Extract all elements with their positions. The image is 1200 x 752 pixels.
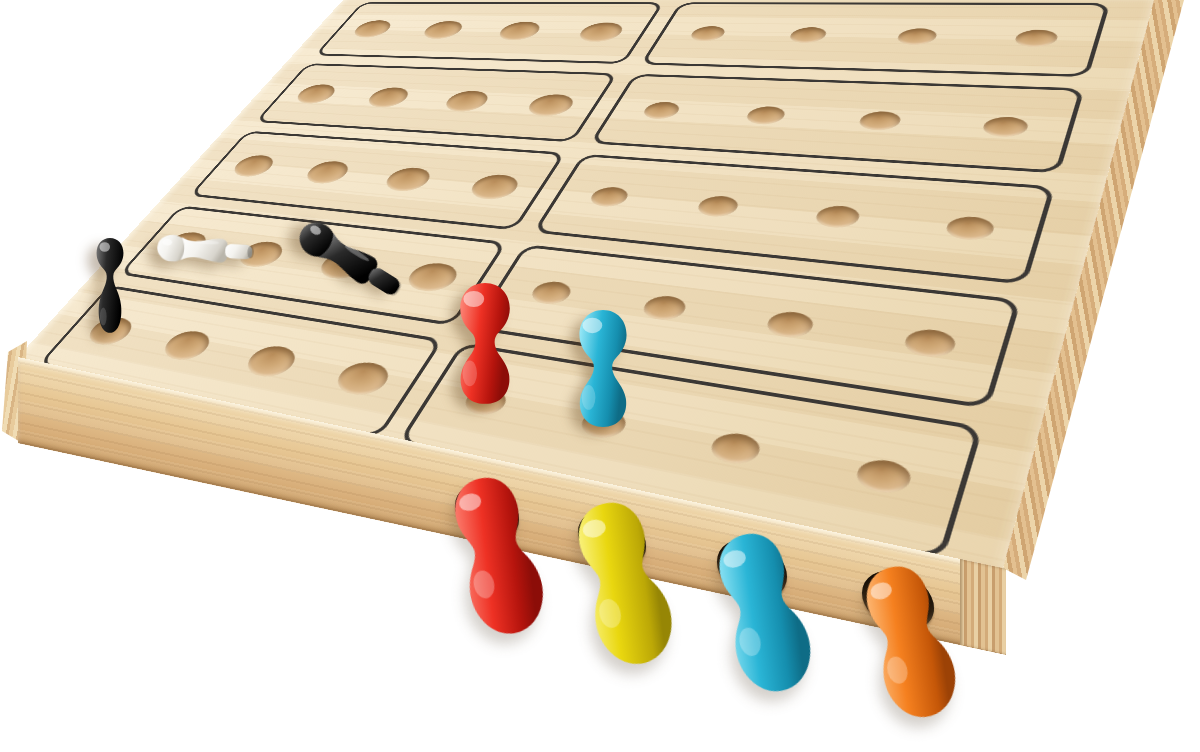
white-score-peg-lying[interactable] [153,227,263,273]
cyan-code-peg-standing[interactable] [565,306,641,430]
red-code-peg-standing[interactable] [445,279,525,407]
plywood-endcap [960,559,1006,655]
board-game-photo [0,0,1200,752]
black-score-peg-standing[interactable] [86,235,134,337]
